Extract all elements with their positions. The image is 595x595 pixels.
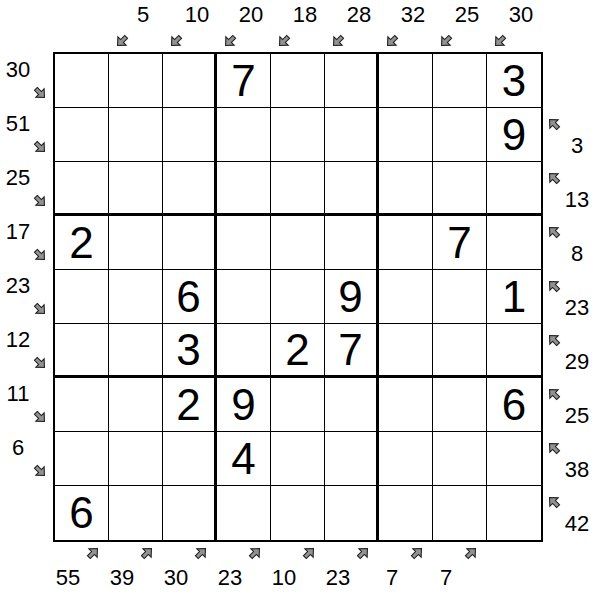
clue-top-col5: 18 <box>291 3 319 27</box>
cell-r1c4[interactable]: 7 <box>217 54 271 108</box>
arrow-sw-icon <box>163 28 188 53</box>
arrow-sw-icon <box>271 28 296 53</box>
cell-r9c7[interactable] <box>379 486 433 540</box>
cell-r4c7[interactable] <box>379 216 433 270</box>
cell-r5c4[interactable] <box>217 270 271 324</box>
cell-r7c5[interactable] <box>271 378 325 432</box>
arrow-nw-icon <box>541 165 566 190</box>
cell-r2c4[interactable] <box>217 108 271 162</box>
clue-top-col6: 28 <box>345 3 373 27</box>
clue-right-row7: 25 <box>563 404 591 428</box>
arrow-sw-icon <box>109 28 134 53</box>
clue-bottom-col3: 30 <box>162 566 190 590</box>
arrow-ne-icon <box>404 540 429 565</box>
clue-bottom-col8: 7 <box>432 566 460 590</box>
arrow-se-icon <box>27 242 52 267</box>
cell-r1c6[interactable] <box>325 54 379 108</box>
arrow-ne-icon <box>134 540 159 565</box>
clue-top-col4: 20 <box>237 3 265 27</box>
cell-r5c2[interactable] <box>109 270 163 324</box>
cell-r9c5[interactable] <box>271 486 325 540</box>
clue-right-row8: 38 <box>563 458 591 482</box>
cell-r2c6[interactable] <box>325 108 379 162</box>
clue-left-row6: 12 <box>0 328 36 352</box>
cell-r6c4[interactable] <box>217 324 271 378</box>
clue-bottom-col1: 55 <box>54 566 82 590</box>
cell-r9c2[interactable] <box>109 486 163 540</box>
cell-r2c7[interactable] <box>379 108 433 162</box>
arrow-nw-icon <box>541 435 566 460</box>
clue-top-col2: 5 <box>129 3 157 27</box>
cell-r8c2[interactable] <box>109 432 163 486</box>
cell-r1c5[interactable] <box>271 54 325 108</box>
arrow-nw-icon <box>541 111 566 136</box>
cell-r7c4[interactable]: 9 <box>217 378 271 432</box>
cell-r7c7[interactable] <box>379 378 433 432</box>
cell-r9c8[interactable] <box>433 486 487 540</box>
arrow-ne-icon <box>80 540 105 565</box>
cell-r6c5[interactable]: 2 <box>271 324 325 378</box>
cell-r4c9[interactable] <box>487 216 541 270</box>
cell-r9c6[interactable] <box>325 486 379 540</box>
cell-r2c9[interactable]: 9 <box>487 108 541 162</box>
arrow-ne-icon <box>188 540 213 565</box>
clue-right-row6: 29 <box>563 350 591 374</box>
cell-r3c1[interactable] <box>55 162 109 216</box>
cell-r5c1[interactable] <box>55 270 109 324</box>
cell-r1c1[interactable] <box>55 54 109 108</box>
arrow-ne-icon <box>458 540 483 565</box>
cell-r3c7[interactable] <box>379 162 433 216</box>
cell-r2c8[interactable] <box>433 108 487 162</box>
cell-r4c2[interactable] <box>109 216 163 270</box>
cell-r5c9[interactable]: 1 <box>487 270 541 324</box>
cell-r6c1[interactable] <box>55 324 109 378</box>
cell-r6c2[interactable] <box>109 324 163 378</box>
cell-r3c4[interactable] <box>217 162 271 216</box>
arrow-nw-icon <box>541 219 566 244</box>
arrow-sw-icon <box>487 28 512 53</box>
cell-r2c5[interactable] <box>271 108 325 162</box>
cell-r7c8[interactable] <box>433 378 487 432</box>
clue-right-row4: 8 <box>563 242 591 266</box>
arrow-sw-icon <box>433 28 458 53</box>
cell-r8c3[interactable] <box>163 432 217 486</box>
clue-bottom-col5: 10 <box>270 566 298 590</box>
cell-r3c3[interactable] <box>163 162 217 216</box>
arrow-nw-icon <box>541 273 566 298</box>
cell-r5c5[interactable] <box>271 270 325 324</box>
cell-r6c3[interactable]: 3 <box>163 324 217 378</box>
arrow-se-icon <box>27 296 52 321</box>
cell-r9c4[interactable] <box>217 486 271 540</box>
cell-r3c6[interactable] <box>325 162 379 216</box>
arrow-se-icon <box>27 404 52 429</box>
cell-r5c7[interactable] <box>379 270 433 324</box>
cell-r8c5[interactable] <box>271 432 325 486</box>
cell-r7c2[interactable] <box>109 378 163 432</box>
cell-r4c5[interactable] <box>271 216 325 270</box>
clue-bottom-col7: 7 <box>378 566 406 590</box>
cell-r8c1[interactable] <box>55 432 109 486</box>
clue-left-row2: 51 <box>0 112 36 136</box>
clue-bottom-col6: 23 <box>324 566 352 590</box>
cell-r8c6[interactable] <box>325 432 379 486</box>
cell-r4c8[interactable]: 7 <box>433 216 487 270</box>
cell-r8c9[interactable] <box>487 432 541 486</box>
clue-left-row5: 23 <box>0 274 36 298</box>
cell-r6c9[interactable] <box>487 324 541 378</box>
cell-r8c4[interactable]: 4 <box>217 432 271 486</box>
arrow-se-icon <box>27 458 52 483</box>
cell-r2c2[interactable] <box>109 108 163 162</box>
cell-r3c8[interactable] <box>433 162 487 216</box>
arrow-nw-icon <box>541 381 566 406</box>
clue-left-row3: 25 <box>0 166 36 190</box>
cell-r7c6[interactable] <box>325 378 379 432</box>
cell-r3c9[interactable] <box>487 162 541 216</box>
clue-top-col9: 30 <box>507 3 535 27</box>
clue-top-col3: 10 <box>183 3 211 27</box>
cell-r4c1[interactable]: 2 <box>55 216 109 270</box>
cell-r8c7[interactable] <box>379 432 433 486</box>
arrow-se-icon <box>27 134 52 159</box>
clue-right-row3: 13 <box>563 188 591 212</box>
cell-r7c9[interactable]: 6 <box>487 378 541 432</box>
cell-r3c5[interactable] <box>271 162 325 216</box>
cell-r5c8[interactable] <box>433 270 487 324</box>
cell-r9c3[interactable] <box>163 486 217 540</box>
cell-r2c3[interactable] <box>163 108 217 162</box>
cell-r7c3[interactable]: 2 <box>163 378 217 432</box>
clue-right-row2: 3 <box>563 134 591 158</box>
arrow-se-icon <box>27 188 52 213</box>
arrow-ne-icon <box>350 540 375 565</box>
arrow-se-icon <box>27 80 52 105</box>
cell-r8c8[interactable] <box>433 432 487 486</box>
clue-top-col7: 32 <box>399 3 427 27</box>
clue-left-row1: 30 <box>0 58 36 82</box>
arrow-sw-icon <box>379 28 404 53</box>
arrow-sw-icon <box>325 28 350 53</box>
cell-r5c6[interactable]: 9 <box>325 270 379 324</box>
cell-r4c3[interactable] <box>163 216 217 270</box>
arrow-ne-icon <box>296 540 321 565</box>
cell-r7c1[interactable] <box>55 378 109 432</box>
cell-r6c8[interactable] <box>433 324 487 378</box>
sudoku-board: 7392769132729646 <box>53 52 543 542</box>
clue-left-row4: 17 <box>0 220 36 244</box>
cell-r1c3[interactable] <box>163 54 217 108</box>
arrow-nw-icon <box>541 327 566 352</box>
cell-r9c1[interactable]: 6 <box>55 486 109 540</box>
cell-r4c4[interactable] <box>217 216 271 270</box>
cell-r9c9[interactable] <box>487 486 541 540</box>
arrow-ne-icon <box>242 540 267 565</box>
clue-bottom-col4: 23 <box>216 566 244 590</box>
clue-right-row9: 42 <box>563 512 591 536</box>
arrow-nw-icon <box>541 489 566 514</box>
clue-left-row7: 11 <box>0 382 36 406</box>
cell-r2c1[interactable] <box>55 108 109 162</box>
little-killer-sudoku-puzzle: 7392769132729646 51020182832253030512517… <box>0 0 595 595</box>
cell-r1c9[interactable]: 3 <box>487 54 541 108</box>
arrow-sw-icon <box>217 28 242 53</box>
cell-r6c7[interactable] <box>379 324 433 378</box>
clue-top-col8: 25 <box>453 3 481 27</box>
cell-r6c6[interactable]: 7 <box>325 324 379 378</box>
clue-right-row5: 23 <box>563 296 591 320</box>
cell-r5c3[interactable]: 6 <box>163 270 217 324</box>
cell-r1c2[interactable] <box>109 54 163 108</box>
arrow-se-icon <box>27 350 52 375</box>
cell-r3c2[interactable] <box>109 162 163 216</box>
cell-r1c7[interactable] <box>379 54 433 108</box>
cell-r4c6[interactable] <box>325 216 379 270</box>
cell-r1c8[interactable] <box>433 54 487 108</box>
clue-left-row8: 6 <box>0 436 36 460</box>
clue-bottom-col2: 39 <box>108 566 136 590</box>
